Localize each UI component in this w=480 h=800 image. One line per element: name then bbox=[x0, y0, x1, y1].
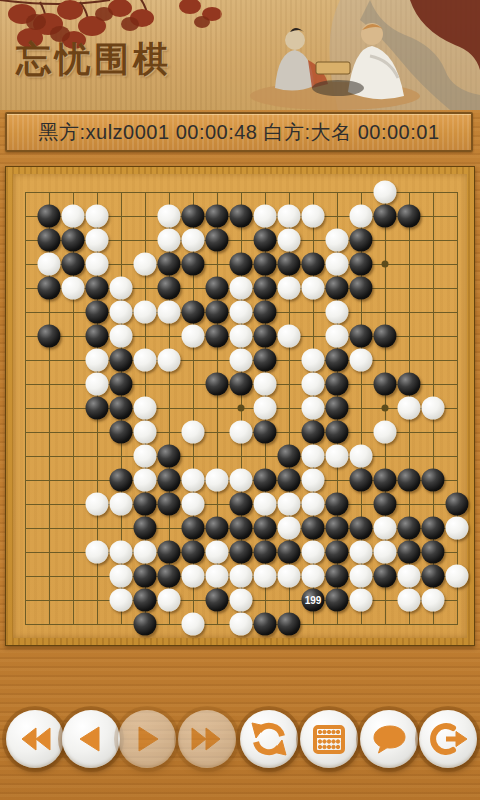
logout-arrow-icon bbox=[428, 719, 468, 759]
black-stone bbox=[278, 613, 301, 636]
black-stone bbox=[278, 469, 301, 492]
fast-backward-button[interactable] bbox=[6, 710, 64, 768]
black-stone bbox=[326, 565, 349, 588]
black-stone bbox=[158, 253, 181, 276]
refresh-button[interactable] bbox=[240, 710, 298, 768]
black-stone bbox=[206, 373, 229, 396]
white-stone bbox=[182, 229, 205, 252]
black-stone bbox=[422, 565, 445, 588]
black-stone bbox=[374, 469, 397, 492]
white-stone bbox=[374, 421, 397, 444]
exit-button[interactable] bbox=[419, 710, 477, 768]
white-stone bbox=[302, 349, 325, 372]
white-stone bbox=[350, 349, 373, 372]
black-stone bbox=[398, 517, 421, 540]
star-point bbox=[382, 405, 389, 412]
app-title: 忘忧围棋 bbox=[16, 36, 216, 83]
go-board-frame: 199 bbox=[5, 166, 475, 646]
white-stone bbox=[182, 421, 205, 444]
black-stone bbox=[134, 493, 157, 516]
black-stone bbox=[278, 253, 301, 276]
white-stone bbox=[182, 613, 205, 636]
white-stone bbox=[62, 205, 85, 228]
black-stone bbox=[374, 205, 397, 228]
double-left-triangles-icon bbox=[15, 719, 55, 759]
white-stone bbox=[206, 469, 229, 492]
black-stone bbox=[158, 445, 181, 468]
white-stone bbox=[446, 517, 469, 540]
black-stone bbox=[182, 301, 205, 324]
white-stone bbox=[230, 589, 253, 612]
black-stone bbox=[254, 253, 277, 276]
white-stone bbox=[398, 397, 421, 420]
black-stone bbox=[326, 421, 349, 444]
black-stone bbox=[158, 469, 181, 492]
white-stone bbox=[86, 229, 109, 252]
white-stone bbox=[182, 469, 205, 492]
white-stone bbox=[206, 565, 229, 588]
white-stone bbox=[350, 541, 373, 564]
last-move-number-label: 199 bbox=[305, 595, 322, 605]
white-stone bbox=[254, 397, 277, 420]
white-stone bbox=[422, 589, 445, 612]
black-stone bbox=[374, 565, 397, 588]
white-stone bbox=[398, 565, 421, 588]
black-stone bbox=[422, 541, 445, 564]
white-stone bbox=[374, 541, 397, 564]
black-stone bbox=[254, 349, 277, 372]
white-stone bbox=[134, 349, 157, 372]
white-stone bbox=[110, 277, 133, 300]
white-stone bbox=[302, 469, 325, 492]
black-stone bbox=[230, 253, 253, 276]
white-stone bbox=[134, 253, 157, 276]
white-stone bbox=[446, 565, 469, 588]
black-stone bbox=[62, 253, 85, 276]
white-stone bbox=[86, 541, 109, 564]
black-stone bbox=[86, 397, 109, 420]
white-stone bbox=[302, 493, 325, 516]
white-stone bbox=[326, 253, 349, 276]
white-stone bbox=[230, 565, 253, 588]
white-stone bbox=[278, 229, 301, 252]
white-stone bbox=[86, 493, 109, 516]
black-stone bbox=[110, 373, 133, 396]
black-stone bbox=[350, 253, 373, 276]
black-stone bbox=[254, 541, 277, 564]
abacus-icon bbox=[309, 719, 349, 759]
white-stone bbox=[326, 445, 349, 468]
black-stone bbox=[110, 397, 133, 420]
black-stone bbox=[230, 517, 253, 540]
count-score-button[interactable] bbox=[300, 710, 358, 768]
black-stone bbox=[374, 373, 397, 396]
black-stone bbox=[206, 589, 229, 612]
black-stone bbox=[38, 277, 61, 300]
white-stone bbox=[374, 181, 397, 204]
black-stone bbox=[86, 325, 109, 348]
black-stone bbox=[230, 373, 253, 396]
white-stone bbox=[134, 397, 157, 420]
white-stone bbox=[158, 301, 181, 324]
black-stone bbox=[326, 373, 349, 396]
speech-bubble-icon bbox=[369, 719, 409, 759]
black-stone bbox=[182, 253, 205, 276]
black-stone bbox=[206, 325, 229, 348]
black-stone bbox=[254, 277, 277, 300]
black-stone bbox=[398, 541, 421, 564]
white-stone bbox=[158, 349, 181, 372]
status-bar: 黑方:xulz0001 00:00:48 白方:大名 00:00:01 bbox=[5, 112, 473, 152]
white-stone bbox=[134, 541, 157, 564]
white-stone bbox=[326, 229, 349, 252]
chat-button[interactable] bbox=[360, 710, 418, 768]
white-stone bbox=[110, 589, 133, 612]
black-stone bbox=[326, 541, 349, 564]
white-stone bbox=[350, 205, 373, 228]
black-stone bbox=[110, 469, 133, 492]
white-stone bbox=[110, 541, 133, 564]
white-stone bbox=[158, 589, 181, 612]
circular-arrows-icon bbox=[249, 719, 289, 759]
white-stone bbox=[278, 325, 301, 348]
black-stone bbox=[38, 325, 61, 348]
white-stone bbox=[326, 325, 349, 348]
black-stone bbox=[374, 325, 397, 348]
step-forward-button[interactable] bbox=[118, 710, 176, 768]
white-stone bbox=[254, 373, 277, 396]
white-stone bbox=[254, 205, 277, 228]
black-stone bbox=[350, 229, 373, 252]
white-stone bbox=[86, 349, 109, 372]
black-stone bbox=[230, 493, 253, 516]
white-stone bbox=[278, 517, 301, 540]
header-painting bbox=[220, 0, 480, 110]
white-stone bbox=[62, 277, 85, 300]
white-stone bbox=[86, 205, 109, 228]
white-stone bbox=[110, 493, 133, 516]
right-triangle-icon bbox=[127, 719, 167, 759]
black-stone bbox=[134, 517, 157, 540]
black-stone bbox=[230, 205, 253, 228]
black-stone bbox=[278, 541, 301, 564]
white-stone bbox=[230, 613, 253, 636]
white-stone bbox=[302, 565, 325, 588]
black-stone bbox=[350, 277, 373, 300]
status-text: 黑方:xulz0001 00:00:48 白方:大名 00:00:01 bbox=[38, 119, 439, 146]
white-stone bbox=[302, 397, 325, 420]
black-stone bbox=[134, 613, 157, 636]
white-stone bbox=[254, 565, 277, 588]
black-stone bbox=[182, 541, 205, 564]
go-board[interactable]: 199 bbox=[13, 174, 467, 638]
black-stone bbox=[254, 469, 277, 492]
black-stone bbox=[158, 493, 181, 516]
black-stone bbox=[446, 493, 469, 516]
black-stone bbox=[206, 229, 229, 252]
white-stone bbox=[230, 349, 253, 372]
black-stone bbox=[278, 445, 301, 468]
white-stone bbox=[230, 469, 253, 492]
white-stone bbox=[278, 493, 301, 516]
black-stone bbox=[302, 517, 325, 540]
white-stone bbox=[110, 325, 133, 348]
black-stone bbox=[230, 541, 253, 564]
fast-forward-button[interactable] bbox=[178, 710, 236, 768]
black-stone bbox=[254, 325, 277, 348]
black-stone bbox=[422, 469, 445, 492]
star-point bbox=[382, 261, 389, 268]
black-stone bbox=[350, 325, 373, 348]
black-stone bbox=[350, 517, 373, 540]
white-stone bbox=[230, 301, 253, 324]
white-stone bbox=[182, 325, 205, 348]
star-point bbox=[238, 405, 245, 412]
white-stone bbox=[374, 517, 397, 540]
white-stone bbox=[350, 589, 373, 612]
black-stone bbox=[38, 229, 61, 252]
go-board-grid[interactable]: 199 bbox=[25, 192, 458, 625]
black-stone bbox=[302, 421, 325, 444]
black-stone bbox=[326, 277, 349, 300]
white-stone bbox=[254, 493, 277, 516]
white-stone bbox=[158, 205, 181, 228]
black-stone bbox=[206, 517, 229, 540]
white-stone bbox=[134, 301, 157, 324]
black-stone bbox=[254, 421, 277, 444]
left-triangle-icon bbox=[71, 719, 111, 759]
white-stone bbox=[86, 373, 109, 396]
black-stone bbox=[326, 493, 349, 516]
white-stone bbox=[278, 205, 301, 228]
white-stone bbox=[134, 445, 157, 468]
white-stone bbox=[326, 301, 349, 324]
black-stone bbox=[374, 493, 397, 516]
white-stone bbox=[86, 253, 109, 276]
white-stone bbox=[350, 445, 373, 468]
black-stone bbox=[86, 301, 109, 324]
black-stone bbox=[302, 253, 325, 276]
white-stone bbox=[206, 541, 229, 564]
white-stone bbox=[398, 589, 421, 612]
toolbar bbox=[0, 708, 480, 774]
black-stone bbox=[422, 517, 445, 540]
white-stone bbox=[182, 493, 205, 516]
white-stone bbox=[350, 565, 373, 588]
black-stone bbox=[254, 613, 277, 636]
white-stone bbox=[302, 277, 325, 300]
white-stone bbox=[278, 565, 301, 588]
black-stone bbox=[350, 469, 373, 492]
white-stone bbox=[230, 421, 253, 444]
black-stone: 199 bbox=[302, 589, 325, 612]
step-backward-button[interactable] bbox=[62, 710, 120, 768]
black-stone bbox=[182, 205, 205, 228]
black-stone bbox=[254, 229, 277, 252]
black-stone bbox=[206, 301, 229, 324]
white-stone bbox=[110, 301, 133, 324]
white-stone bbox=[278, 277, 301, 300]
black-stone bbox=[254, 301, 277, 324]
white-stone bbox=[134, 421, 157, 444]
black-stone bbox=[326, 517, 349, 540]
white-stone bbox=[230, 277, 253, 300]
black-stone bbox=[254, 517, 277, 540]
white-stone bbox=[110, 565, 133, 588]
white-stone bbox=[182, 565, 205, 588]
white-stone bbox=[302, 541, 325, 564]
black-stone bbox=[110, 421, 133, 444]
black-stone bbox=[182, 517, 205, 540]
white-stone bbox=[302, 445, 325, 468]
black-stone bbox=[326, 589, 349, 612]
black-stone bbox=[134, 589, 157, 612]
black-stone bbox=[134, 565, 157, 588]
black-stone bbox=[398, 373, 421, 396]
white-stone bbox=[422, 397, 445, 420]
black-stone bbox=[158, 565, 181, 588]
black-stone bbox=[398, 205, 421, 228]
white-stone bbox=[302, 205, 325, 228]
black-stone bbox=[38, 205, 61, 228]
black-stone bbox=[158, 277, 181, 300]
white-stone bbox=[158, 229, 181, 252]
white-stone bbox=[302, 373, 325, 396]
header: 忘忧围棋 bbox=[0, 0, 480, 110]
black-stone bbox=[206, 277, 229, 300]
black-stone bbox=[398, 469, 421, 492]
black-stone bbox=[62, 229, 85, 252]
white-stone bbox=[230, 325, 253, 348]
white-stone bbox=[134, 469, 157, 492]
black-stone bbox=[86, 277, 109, 300]
white-stone bbox=[38, 253, 61, 276]
black-stone bbox=[206, 205, 229, 228]
black-stone bbox=[158, 541, 181, 564]
black-stone bbox=[110, 349, 133, 372]
black-stone bbox=[326, 349, 349, 372]
double-right-triangles-icon bbox=[187, 719, 227, 759]
black-stone bbox=[326, 397, 349, 420]
